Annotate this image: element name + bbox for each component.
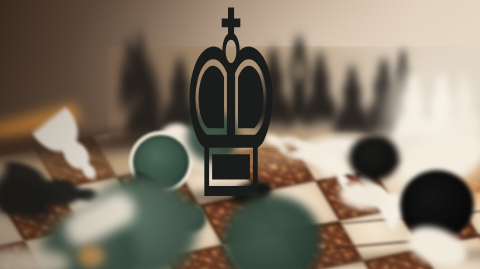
bg-black-pawn-4: ♟ xyxy=(324,57,380,149)
bg-white-fallen-blob-1 xyxy=(401,127,480,177)
board-frame-groove-2 xyxy=(290,233,480,253)
felt-base-main xyxy=(129,131,193,193)
fallen-white-body-far-right xyxy=(393,124,480,196)
bg-black-pawn-3: ♟ xyxy=(293,43,348,138)
bg-black-pawn-6: ♟ xyxy=(379,42,428,127)
fallen-black-pawn-shadow xyxy=(124,217,206,231)
board-far-rows-blur xyxy=(0,122,480,182)
chess-photo: ♞♟♟♝♟♟♟♟♟♟♟♟♟♟♝♞♝♚ xyxy=(0,0,480,269)
fg-black-piece-corner xyxy=(0,172,58,226)
black-king: ♚ xyxy=(178,0,284,236)
fallen-white-pawn-shadow xyxy=(47,158,109,172)
fallen-white-piece-cylinder xyxy=(153,118,228,178)
bg-black-pawn-5: ♟ xyxy=(354,49,415,149)
fg-felt-base-left-1 xyxy=(86,176,198,269)
fallen-black-pawn-center: ♟ xyxy=(99,153,225,258)
fallen-white-knob xyxy=(337,179,387,213)
fg-light-corner xyxy=(0,248,70,269)
table-edge-amber-left xyxy=(0,103,81,150)
fallen-black-base-small xyxy=(349,135,399,181)
fg-felt-base-left-2 xyxy=(40,211,136,269)
bg-black-knight: ♞ xyxy=(103,14,181,159)
black-king-shadow xyxy=(188,188,276,206)
fallen-black-base-big xyxy=(400,170,474,240)
fallen-white-bottom-right xyxy=(402,219,473,269)
bg-black-pawn-2: ♟ xyxy=(242,38,304,143)
board-near-edge-smear xyxy=(165,248,480,269)
fallen-white-bishop-mid: ♝ xyxy=(243,105,362,198)
fallen-white-bishop-right: ♝ xyxy=(288,118,443,259)
bg-black-bishop: ♝ xyxy=(268,25,330,140)
fallen-white-pawn-left: ♟ xyxy=(14,88,126,207)
bg-white-pawn-1: ♟ xyxy=(384,65,444,160)
fallen-black-pawn-far-left: ♟ xyxy=(0,146,117,236)
felt-base-behind xyxy=(187,112,239,162)
table-edge-amber-right xyxy=(434,124,480,212)
fallen-white-knight: ♞ xyxy=(269,105,400,195)
bg-white-pawn-2: ♟ xyxy=(410,64,474,166)
bg-white-fallen-blob-2 xyxy=(380,132,435,165)
bg-white-cluster-blob xyxy=(386,52,480,184)
fg-felt-center-dot xyxy=(78,245,104,267)
felt-base-black-pawn xyxy=(176,204,206,232)
fg-felt-base-center xyxy=(222,195,322,269)
bg-black-pawn-1: ♟ xyxy=(150,48,211,148)
board-frame-groove-1 xyxy=(258,210,480,232)
board-far-edge-shadow xyxy=(0,124,215,162)
fg-white-cylinder xyxy=(59,187,140,252)
fallen-black-bit xyxy=(230,177,274,209)
bg-white-pawn-3: ♟ xyxy=(437,66,480,151)
scene: ♞♟♟♝♟♟♟♟♟♟♟♟♟♟♝♞♝♚ xyxy=(0,0,480,269)
